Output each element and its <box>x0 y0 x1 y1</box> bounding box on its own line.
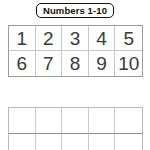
practice-cell <box>89 108 116 134</box>
number-cell-10: 10 <box>115 51 142 76</box>
practice-cell <box>36 108 63 134</box>
practice-cell <box>89 134 116 150</box>
number-cell-4: 4 <box>89 26 116 51</box>
worksheet-title: Numbers 1-10 <box>43 5 107 16</box>
practice-cell <box>62 134 89 150</box>
number-cell-8: 8 <box>62 51 89 76</box>
number-cell-2: 2 <box>36 26 63 51</box>
practice-cell <box>62 108 89 134</box>
practice-cell <box>36 134 63 150</box>
number-cell-3: 3 <box>62 26 89 51</box>
practice-cell <box>9 108 36 134</box>
number-cell-9: 9 <box>89 51 116 76</box>
number-cell-6: 6 <box>9 51 36 76</box>
number-cell-1: 1 <box>9 26 36 51</box>
practice-grid <box>8 107 143 150</box>
number-cell-7: 7 <box>36 51 63 76</box>
number-cell-5: 5 <box>115 26 142 51</box>
title-box: Numbers 1-10 <box>36 3 114 18</box>
practice-cell <box>9 134 36 150</box>
numbers-chart-grid: 12345678910 <box>8 25 143 77</box>
worksheet-page: Numbers 1-10 12345678910 <box>0 0 150 150</box>
practice-cell <box>115 108 142 134</box>
practice-cell <box>115 134 142 150</box>
